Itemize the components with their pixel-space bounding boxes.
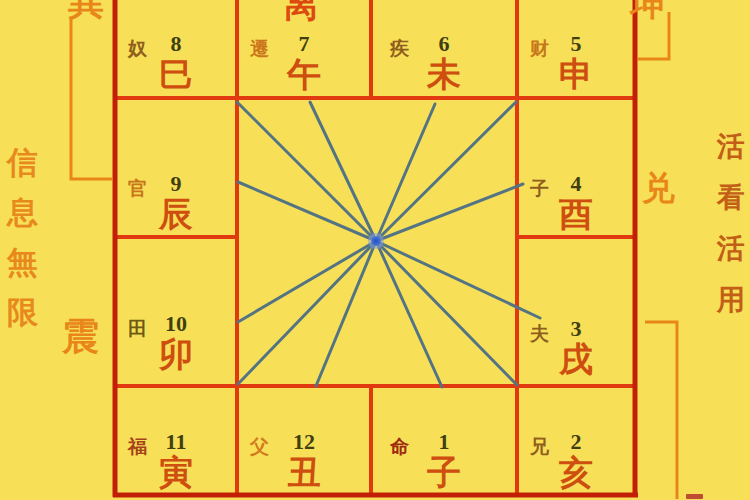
palace-label: 官 [128,179,147,198]
trigram-kun: 坤 [630,0,664,22]
palace-number: 7 [299,31,310,56]
branch-char: 丑 [237,454,371,491]
palace-number: 5 [571,31,582,56]
palace-label: 遷 [250,39,269,58]
palace-label: 夫 [530,324,549,343]
branch-char: 申 [517,56,635,93]
palace-number: 9 [171,171,182,196]
dui-bracket [645,322,677,499]
palace-zi: 命1 子 [371,386,517,494]
palace-number: 2 [571,429,582,454]
palace-shen: 财5 申 [517,0,635,98]
right-side-text: 活看活用 [716,121,746,325]
branch-char: 亥 [517,454,635,491]
left-side-text: 信息無限 [6,137,39,337]
branch-char: 寅 [115,454,237,491]
trigram-dui: 兑 [642,169,675,207]
branch-char: 辰 [115,196,237,233]
palace-chou: 父12 丑 [237,386,371,494]
xun-bracket [71,18,113,179]
palace-number: 10 [165,311,187,336]
trigram-xun: 巽 [68,0,104,21]
branch-char: 巳 [115,56,237,93]
palace-chen: 官9 辰 [115,98,237,237]
palace-label: 疾 [390,39,409,58]
palace-number: 11 [166,429,187,454]
palace-label: 子 [530,179,549,198]
branch-char: 戌 [517,341,635,378]
palace-label: 奴 [128,39,147,58]
palace-number: 4 [571,171,582,196]
palace-you: 子4 酉 [517,98,635,237]
branch-char: 卯 [115,336,237,373]
palace-number: 12 [293,429,315,454]
palace-wu: 遷7 午 [237,0,371,98]
branch-char: 酉 [517,196,635,233]
palace-label: 财 [530,39,549,58]
palace-mao: 田10 卯 [115,237,237,386]
palace-si: 奴8 巳 [115,0,237,98]
palace-hai: 兄2 亥 [517,386,635,494]
palace-label: 福 [128,437,147,456]
palace-label: 田 [128,319,147,338]
palace-number: 8 [171,31,182,56]
branch-char: 子 [371,454,517,491]
palace-number: 6 [439,31,450,56]
palace-wei: 疾6 未 [371,0,517,98]
twelve-palace-chart: 巽 离 坤 震 兑 信息無限 活看活用 奴8 巳 遷7 午 疾6 未 财5 申 … [0,0,750,500]
branch-char: 午 [237,56,371,93]
palace-label: 父 [250,437,269,456]
palace-number: 1 [439,429,450,454]
center-dot [368,233,384,249]
trigram-zhen: 震 [62,318,99,356]
palace-label: 命 [390,437,409,456]
branch-char: 未 [371,56,517,93]
watermark-fragment [686,494,703,499]
palace-xu: 夫3 戌 [517,237,635,386]
palace-number: 3 [571,316,582,341]
palace-rays [237,102,540,387]
palace-yin: 福11 寅 [115,386,237,494]
palace-label: 兄 [530,437,549,456]
